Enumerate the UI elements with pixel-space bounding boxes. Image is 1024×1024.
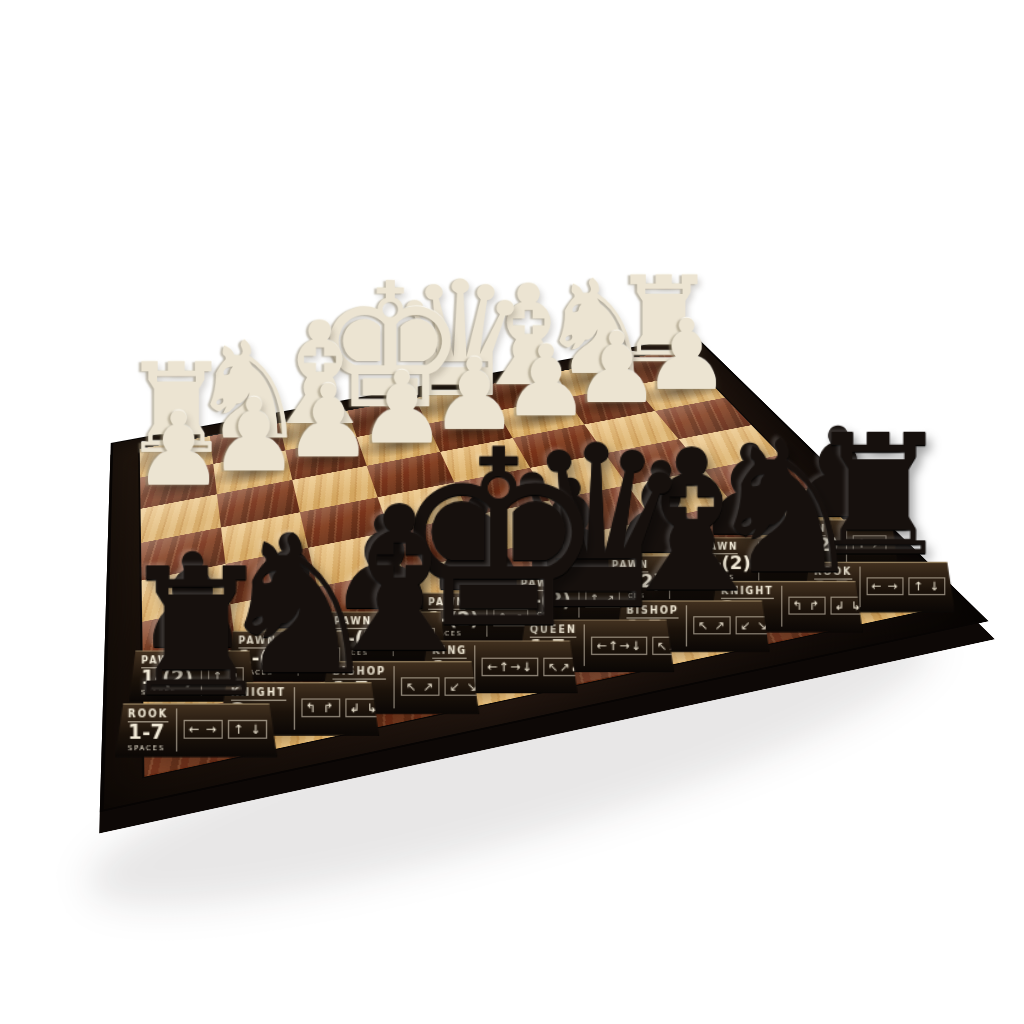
move-arrows: ← →↑ ↓	[184, 720, 267, 739]
perspective-wrapper: ♜♞♝♚♛♝♞♜♟♟♟♟♟♟♟♟♟PAWN1-(2)SPACES↑ ↗♟PAWN…	[0, 0, 1024, 1024]
move-arrow-box: ← →	[184, 720, 223, 739]
move-arrows: ↰ ↱↲ ↳	[301, 699, 384, 718]
move-arrow-box: ↖ ↗	[401, 678, 439, 697]
chess-board: ♜♞♝♚♛♝♞♜♟♟♟♟♟♟♟♟♟PAWN1-(2)SPACES↑ ↗♟PAWN…	[100, 336, 989, 813]
move-arrows: ↖ ↗↙ ↘	[401, 678, 483, 697]
scene: ♜♞♝♚♛♝♞♜♟♟♟♟♟♟♟♟♟PAWN1-(2)SPACES↑ ↗♟PAWN…	[0, 0, 1024, 1024]
pawn-glyph: ♟	[133, 403, 224, 497]
piece-white-pawn[interactable]: ♟	[109, 403, 248, 497]
move-arrows: ← →↑ ↓	[866, 577, 945, 595]
move-arrow-box: ↑ ↓	[228, 720, 267, 739]
pieces-layer: ♜♞♝♚♛♝♞♜♟♟♟♟♟♟♟♟♟PAWN1-(2)SPACES↑ ↗♟PAWN…	[100, 336, 989, 813]
piece-base-label: ROOK1-7SPACES← →↑ ↓	[115, 703, 277, 757]
move-arrows: ↖ ↗↙ ↘	[693, 616, 773, 634]
piece-black-rook[interactable]: ♜ROOK1-7SPACES← →↑ ↓	[101, 553, 291, 758]
base-unit-label: SPACES	[128, 743, 165, 751]
move-arrow-box: ↖ ↗	[693, 616, 731, 634]
move-arrows: ↰ ↱↲ ↳	[788, 597, 867, 615]
rook-glyph: ♜	[117, 553, 276, 716]
move-arrow-box: ↰ ↱	[301, 699, 340, 718]
base-move-range: 1-7	[128, 722, 165, 743]
move-arrow-box: ↰ ↱	[788, 597, 825, 615]
move-arrow-box: ↑ ↓	[908, 577, 945, 595]
